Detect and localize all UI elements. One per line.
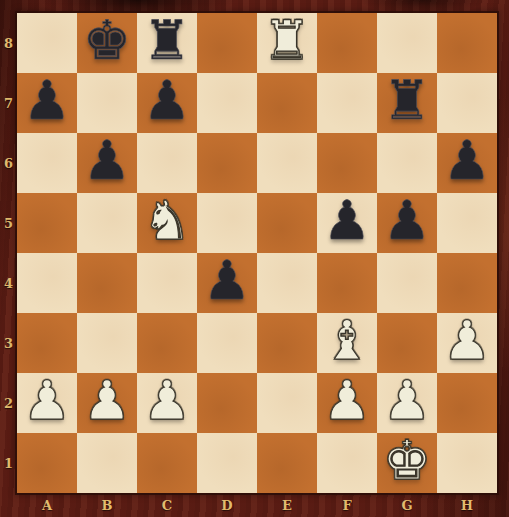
square-c5[interactable]: ♞ (137, 193, 197, 253)
square-c1[interactable] (137, 433, 197, 493)
white-king-g1[interactable]: ♚ (383, 431, 431, 491)
square-e8[interactable]: ♜ (257, 13, 317, 73)
black-pawn-a7[interactable]: ♟ (23, 71, 71, 131)
square-d2[interactable] (197, 373, 257, 433)
square-b3[interactable] (77, 313, 137, 373)
black-pawn-b6[interactable]: ♟ (83, 131, 131, 191)
square-f6[interactable] (317, 133, 377, 193)
square-e6[interactable] (257, 133, 317, 193)
square-b2[interactable]: ♟ (77, 373, 137, 433)
file-label-g: G (377, 493, 437, 517)
square-e5[interactable] (257, 193, 317, 253)
square-c6[interactable] (137, 133, 197, 193)
white-pawn-a2[interactable]: ♟ (23, 371, 71, 431)
file-label-e: E (257, 493, 317, 517)
square-g5[interactable]: ♟ (377, 193, 437, 253)
square-g3[interactable] (377, 313, 437, 373)
square-h2[interactable] (437, 373, 497, 433)
white-pawn-c2[interactable]: ♟ (143, 371, 191, 431)
chessboard-app: 87654321 ♚♜♜♟♟♜♟♟♞♟♟♟♝♟♟♟♟♟♟♚ ABCDEFGH (0, 0, 509, 517)
square-f5[interactable]: ♟ (317, 193, 377, 253)
square-a6[interactable] (17, 133, 77, 193)
square-b8[interactable]: ♚ (77, 13, 137, 73)
square-d4[interactable]: ♟ (197, 253, 257, 313)
white-bishop-f3[interactable]: ♝ (323, 311, 371, 371)
file-label-b: B (77, 493, 137, 517)
chess-board[interactable]: ♚♜♜♟♟♜♟♟♞♟♟♟♝♟♟♟♟♟♟♚ (17, 13, 497, 493)
square-h1[interactable] (437, 433, 497, 493)
white-pawn-b2[interactable]: ♟ (83, 371, 131, 431)
square-f7[interactable] (317, 73, 377, 133)
file-label-d: D (197, 493, 257, 517)
square-h6[interactable]: ♟ (437, 133, 497, 193)
rank-label-1: 1 (0, 433, 17, 493)
square-e4[interactable] (257, 253, 317, 313)
rank-label-4: 4 (0, 253, 17, 313)
square-h7[interactable] (437, 73, 497, 133)
file-label-c: C (137, 493, 197, 517)
square-h4[interactable] (437, 253, 497, 313)
square-g4[interactable] (377, 253, 437, 313)
rank-label-6: 6 (0, 133, 17, 193)
black-pawn-g5[interactable]: ♟ (383, 191, 431, 251)
square-d3[interactable] (197, 313, 257, 373)
rank-label-3: 3 (0, 313, 17, 373)
black-pawn-c7[interactable]: ♟ (143, 71, 191, 131)
white-pawn-h3[interactable]: ♟ (443, 311, 491, 371)
square-d6[interactable] (197, 133, 257, 193)
square-f8[interactable] (317, 13, 377, 73)
square-b5[interactable] (77, 193, 137, 253)
square-a8[interactable] (17, 13, 77, 73)
square-a4[interactable] (17, 253, 77, 313)
file-label-h: H (437, 493, 497, 517)
square-c2[interactable]: ♟ (137, 373, 197, 433)
square-c4[interactable] (137, 253, 197, 313)
square-h8[interactable] (437, 13, 497, 73)
rank-label-8: 8 (0, 13, 17, 73)
square-a5[interactable] (17, 193, 77, 253)
file-label-f: F (317, 493, 377, 517)
square-d1[interactable] (197, 433, 257, 493)
square-g1[interactable]: ♚ (377, 433, 437, 493)
square-b1[interactable] (77, 433, 137, 493)
black-pawn-d4[interactable]: ♟ (203, 251, 251, 311)
square-f1[interactable] (317, 433, 377, 493)
square-g8[interactable] (377, 13, 437, 73)
square-h5[interactable] (437, 193, 497, 253)
rank-label-7: 7 (0, 73, 17, 133)
rank-label-5: 5 (0, 193, 17, 253)
black-rook-g7[interactable]: ♜ (383, 71, 431, 131)
square-a1[interactable] (17, 433, 77, 493)
black-pawn-f5[interactable]: ♟ (323, 191, 371, 251)
black-king-b8[interactable]: ♚ (83, 11, 131, 71)
square-g7[interactable]: ♜ (377, 73, 437, 133)
rank-label-2: 2 (0, 373, 17, 433)
square-c3[interactable] (137, 313, 197, 373)
square-c7[interactable]: ♟ (137, 73, 197, 133)
square-b4[interactable] (77, 253, 137, 313)
white-pawn-g2[interactable]: ♟ (383, 371, 431, 431)
square-e1[interactable] (257, 433, 317, 493)
rank-labels: 87654321 (0, 13, 17, 493)
square-d5[interactable] (197, 193, 257, 253)
file-labels: ABCDEFGH (17, 493, 497, 517)
square-f3[interactable]: ♝ (317, 313, 377, 373)
square-e7[interactable] (257, 73, 317, 133)
square-f2[interactable]: ♟ (317, 373, 377, 433)
square-b6[interactable]: ♟ (77, 133, 137, 193)
square-a7[interactable]: ♟ (17, 73, 77, 133)
white-knight-c5[interactable]: ♞ (143, 191, 191, 251)
square-c8[interactable]: ♜ (137, 13, 197, 73)
square-h3[interactable]: ♟ (437, 313, 497, 373)
square-e2[interactable] (257, 373, 317, 433)
square-b7[interactable] (77, 73, 137, 133)
white-rook-e8[interactable]: ♜ (263, 11, 311, 71)
square-a3[interactable] (17, 313, 77, 373)
square-f4[interactable] (317, 253, 377, 313)
square-d7[interactable] (197, 73, 257, 133)
square-a2[interactable]: ♟ (17, 373, 77, 433)
white-pawn-f2[interactable]: ♟ (323, 371, 371, 431)
square-e3[interactable] (257, 313, 317, 373)
square-g2[interactable]: ♟ (377, 373, 437, 433)
square-d8[interactable] (197, 13, 257, 73)
square-g6[interactable] (377, 133, 437, 193)
file-label-a: A (17, 493, 77, 517)
black-rook-c8[interactable]: ♜ (143, 11, 191, 71)
black-pawn-h6[interactable]: ♟ (443, 131, 491, 191)
